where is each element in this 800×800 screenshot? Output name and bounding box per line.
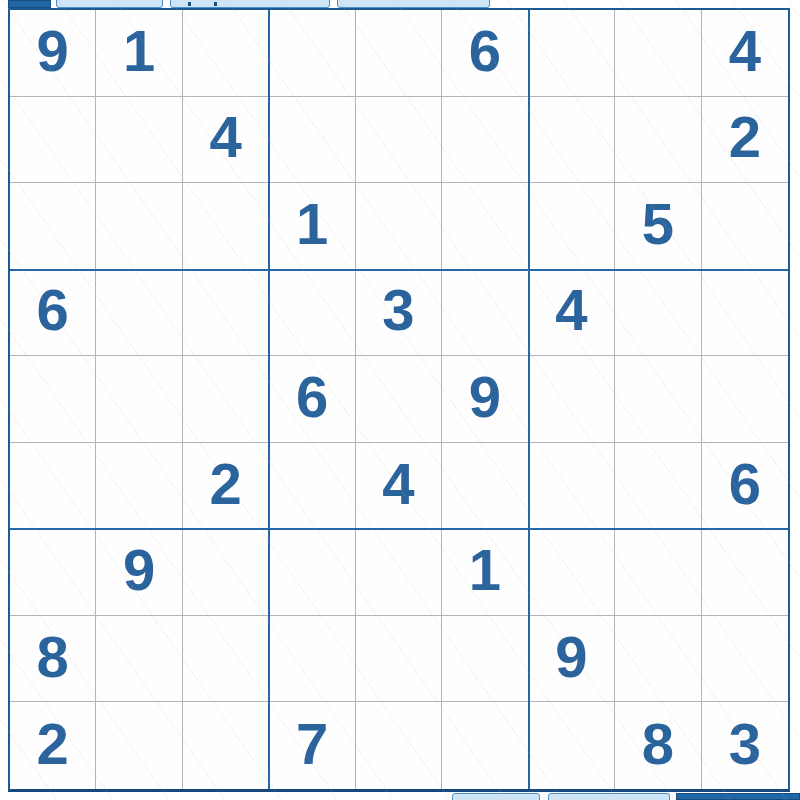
chrome-fragment[interactable] — [548, 793, 670, 800]
chrome-fragment[interactable] — [56, 0, 163, 8]
sudoku-cell-empty[interactable] — [356, 97, 442, 184]
sudoku-cell-empty[interactable] — [96, 702, 182, 789]
sudoku-cell-given[interactable]: 6 — [702, 443, 788, 530]
sudoku-cell-given[interactable]: 1 — [442, 529, 528, 616]
sudoku-cell-empty[interactable] — [10, 97, 96, 184]
sudoku-cell-given[interactable]: 4 — [356, 443, 442, 530]
chrome-fragment[interactable] — [337, 0, 490, 8]
sudoku-cell-given[interactable]: 9 — [529, 616, 615, 703]
sudoku-cell-empty[interactable] — [356, 616, 442, 703]
chrome-fragment-dark[interactable] — [8, 0, 51, 8]
chrome-fragment[interactable] — [170, 0, 330, 8]
sudoku-cell-given[interactable]: 4 — [183, 97, 269, 184]
sudoku-cell-empty[interactable] — [96, 443, 182, 530]
chrome-fragment[interactable] — [452, 793, 540, 800]
sudoku-cell-empty[interactable] — [529, 443, 615, 530]
sudoku-cell-empty[interactable] — [269, 616, 355, 703]
sudoku-cell-given[interactable]: 6 — [269, 356, 355, 443]
sudoku-cell-empty[interactable] — [10, 529, 96, 616]
sudoku-cell-empty[interactable] — [356, 702, 442, 789]
sudoku-cell-empty[interactable] — [356, 356, 442, 443]
sudoku-cell-given[interactable]: 6 — [442, 10, 528, 97]
sudoku-cell-empty[interactable] — [442, 616, 528, 703]
sudoku-cell-empty[interactable] — [183, 702, 269, 789]
sudoku-cell-given[interactable]: 4 — [529, 270, 615, 357]
sudoku-cell-empty[interactable] — [615, 616, 701, 703]
box-border-vertical — [268, 10, 270, 789]
sudoku-cell-empty[interactable] — [269, 443, 355, 530]
sudoku-cell-given[interactable]: 5 — [615, 183, 701, 270]
chrome-fragment-dark[interactable] — [676, 793, 800, 800]
sudoku-cell-empty[interactable] — [702, 616, 788, 703]
sudoku-cell-empty[interactable] — [183, 10, 269, 97]
sudoku-cell-empty[interactable] — [529, 356, 615, 443]
sudoku-cell-empty[interactable] — [702, 356, 788, 443]
sudoku-cell-given[interactable]: 9 — [442, 356, 528, 443]
sudoku-cell-empty[interactable] — [96, 616, 182, 703]
box-border-vertical — [528, 10, 530, 789]
sudoku-cell-given[interactable]: 8 — [10, 616, 96, 703]
sudoku-cell-empty[interactable] — [356, 529, 442, 616]
sudoku-cell-empty[interactable] — [356, 183, 442, 270]
sudoku-cell-given[interactable]: 4 — [702, 10, 788, 97]
sudoku-cell-given[interactable]: 7 — [269, 702, 355, 789]
sudoku-cell-given[interactable]: 1 — [96, 10, 182, 97]
sudoku-cell-given[interactable]: 2 — [183, 443, 269, 530]
sudoku-cell-empty[interactable] — [615, 443, 701, 530]
sudoku-cell-given[interactable]: 1 — [269, 183, 355, 270]
sudoku-cell-empty[interactable] — [702, 183, 788, 270]
sudoku-cell-empty[interactable] — [183, 529, 269, 616]
sudoku-cell-empty[interactable] — [615, 10, 701, 97]
sudoku-cell-empty[interactable] — [529, 183, 615, 270]
sudoku-cell-empty[interactable] — [615, 529, 701, 616]
sudoku-cell-empty[interactable] — [529, 97, 615, 184]
sudoku-cell-empty[interactable] — [10, 183, 96, 270]
sudoku-cell-empty[interactable] — [529, 10, 615, 97]
sudoku-cell-empty[interactable] — [269, 10, 355, 97]
top-chrome-strip — [0, 0, 800, 8]
bottom-chrome-strip — [0, 793, 800, 800]
sudoku-cell-given[interactable]: 9 — [96, 529, 182, 616]
sudoku-cell-given[interactable]: 2 — [702, 97, 788, 184]
sudoku-cell-empty[interactable] — [96, 356, 182, 443]
sudoku-cell-empty[interactable] — [269, 529, 355, 616]
sudoku-cell-empty[interactable] — [269, 270, 355, 357]
sudoku-cell-empty[interactable] — [356, 10, 442, 97]
sudoku-cell-given[interactable]: 3 — [356, 270, 442, 357]
sudoku-cell-empty[interactable] — [702, 529, 788, 616]
sudoku-cell-empty[interactable] — [183, 356, 269, 443]
sudoku-cell-empty[interactable] — [183, 183, 269, 270]
sudoku-cell-given[interactable]: 2 — [10, 702, 96, 789]
sudoku-cell-empty[interactable] — [529, 529, 615, 616]
sudoku-cell-given[interactable]: 9 — [10, 10, 96, 97]
sudoku-cell-empty[interactable] — [615, 270, 701, 357]
sudoku-cell-empty[interactable] — [183, 270, 269, 357]
sudoku-cell-empty[interactable] — [183, 616, 269, 703]
sudoku-cell-given[interactable]: 8 — [615, 702, 701, 789]
sudoku-cell-given[interactable]: 6 — [10, 270, 96, 357]
sudoku-cell-empty[interactable] — [442, 97, 528, 184]
sudoku-cell-empty[interactable] — [10, 356, 96, 443]
sudoku-cell-empty[interactable] — [702, 270, 788, 357]
sudoku-cell-given[interactable]: 3 — [702, 702, 788, 789]
sudoku-board: 916442156346924691892783 — [8, 8, 790, 792]
sudoku-cell-empty[interactable] — [442, 702, 528, 789]
sudoku-cell-empty[interactable] — [10, 443, 96, 530]
sudoku-cell-empty[interactable] — [442, 443, 528, 530]
sudoku-cell-empty[interactable] — [442, 270, 528, 357]
sudoku-cell-empty[interactable] — [615, 356, 701, 443]
sudoku-cell-empty[interactable] — [269, 97, 355, 184]
sudoku-cell-empty[interactable] — [615, 97, 701, 184]
box-border-horizontal — [10, 269, 788, 271]
sudoku-cell-empty[interactable] — [529, 702, 615, 789]
sudoku-cell-empty[interactable] — [96, 97, 182, 184]
sudoku-cell-empty[interactable] — [96, 270, 182, 357]
sudoku-cell-empty[interactable] — [96, 183, 182, 270]
cutoff-text-descender — [214, 2, 217, 6]
sudoku-cell-empty[interactable] — [442, 183, 528, 270]
cutoff-text-descender — [188, 2, 191, 6]
box-border-horizontal — [10, 528, 788, 530]
